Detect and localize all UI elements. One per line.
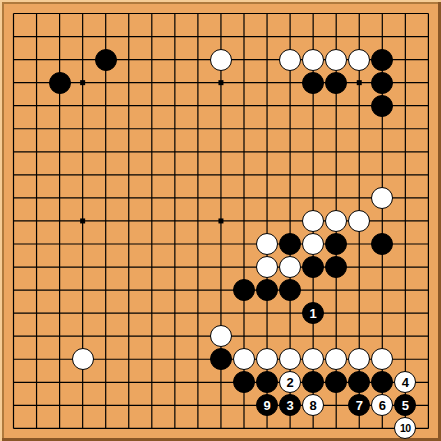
stone-move-number: 2: [286, 376, 293, 389]
stone-white: [279, 49, 301, 71]
star-point: [357, 80, 362, 85]
stone-black: [302, 72, 324, 94]
star-point: [218, 218, 223, 223]
stone-white: [325, 210, 347, 232]
stone-white: [72, 348, 94, 370]
stone-white: [256, 256, 278, 278]
stone-move-number: 6: [379, 399, 386, 412]
stone-black: [371, 95, 393, 117]
stone-move-number: 7: [356, 399, 363, 412]
stone-move-number: 10: [400, 423, 411, 434]
star-point: [80, 80, 85, 85]
stone-white: [279, 256, 301, 278]
stone-white: [302, 49, 324, 71]
stone-move-number: 1: [310, 307, 317, 320]
stone-black: [95, 49, 117, 71]
stone-move-number: 3: [286, 399, 293, 412]
stone-white: [210, 49, 232, 71]
stone-white: [256, 233, 278, 255]
stone-black: [371, 49, 393, 71]
stone-move-number: 9: [263, 399, 270, 412]
stone-white: [325, 49, 347, 71]
stone-black: [233, 279, 255, 301]
stone-black: [256, 279, 278, 301]
go-board: 12493876510: [0, 0, 441, 441]
stone-white: [302, 210, 324, 232]
stone-white: [348, 49, 370, 71]
star-point: [218, 80, 223, 85]
stone-black: [49, 72, 71, 94]
stone-white: [302, 233, 324, 255]
stone-black: [279, 233, 301, 255]
stone-move-number: 8: [310, 399, 317, 412]
stone-move-number: 4: [402, 376, 409, 389]
stone-black: [325, 72, 347, 94]
stone-white: [210, 325, 232, 347]
stone-black: [371, 72, 393, 94]
stone-move-number: 5: [402, 399, 409, 412]
star-point: [80, 218, 85, 223]
